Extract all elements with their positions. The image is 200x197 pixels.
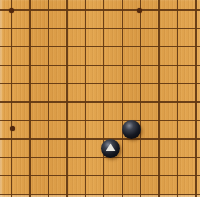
go-board[interactable] — [0, 0, 200, 197]
grid-line-v — [177, 0, 178, 197]
grid-line-v — [103, 0, 104, 197]
grid-line-v — [48, 0, 49, 197]
star-point — [9, 8, 14, 13]
black-stone — [122, 120, 141, 139]
grid-line-v — [66, 0, 67, 197]
grid-line-v — [29, 0, 30, 197]
triangle-marker-icon — [106, 143, 116, 151]
grid-line-v — [195, 0, 196, 197]
grid-line-v — [11, 0, 12, 197]
board-grid — [0, 0, 200, 197]
black-stone — [101, 139, 120, 158]
star-point — [137, 8, 142, 13]
star-point — [10, 126, 15, 131]
grid-line-v — [122, 0, 123, 197]
grid-line-v — [140, 0, 141, 197]
grid-line-v — [85, 0, 86, 197]
grid-line-v — [158, 0, 159, 197]
